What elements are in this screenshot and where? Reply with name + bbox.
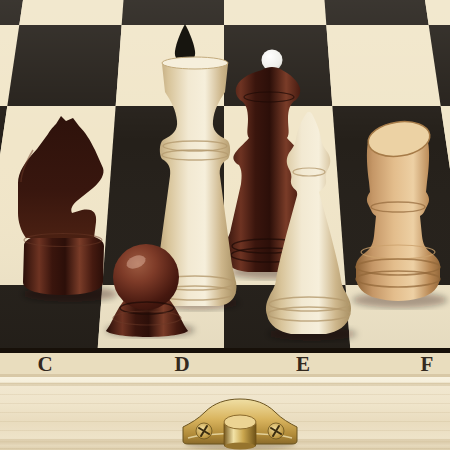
light-rook-piece	[352, 118, 448, 308]
rook-body	[356, 136, 440, 301]
dark-knight-piece	[18, 116, 118, 302]
king-top-face	[162, 57, 228, 69]
knight-head	[18, 116, 104, 238]
chess-photo-scene: CDEF	[0, 0, 450, 450]
chess-pieces	[0, 0, 450, 450]
knight-base	[23, 233, 104, 295]
pawn-ball-head	[113, 244, 179, 310]
